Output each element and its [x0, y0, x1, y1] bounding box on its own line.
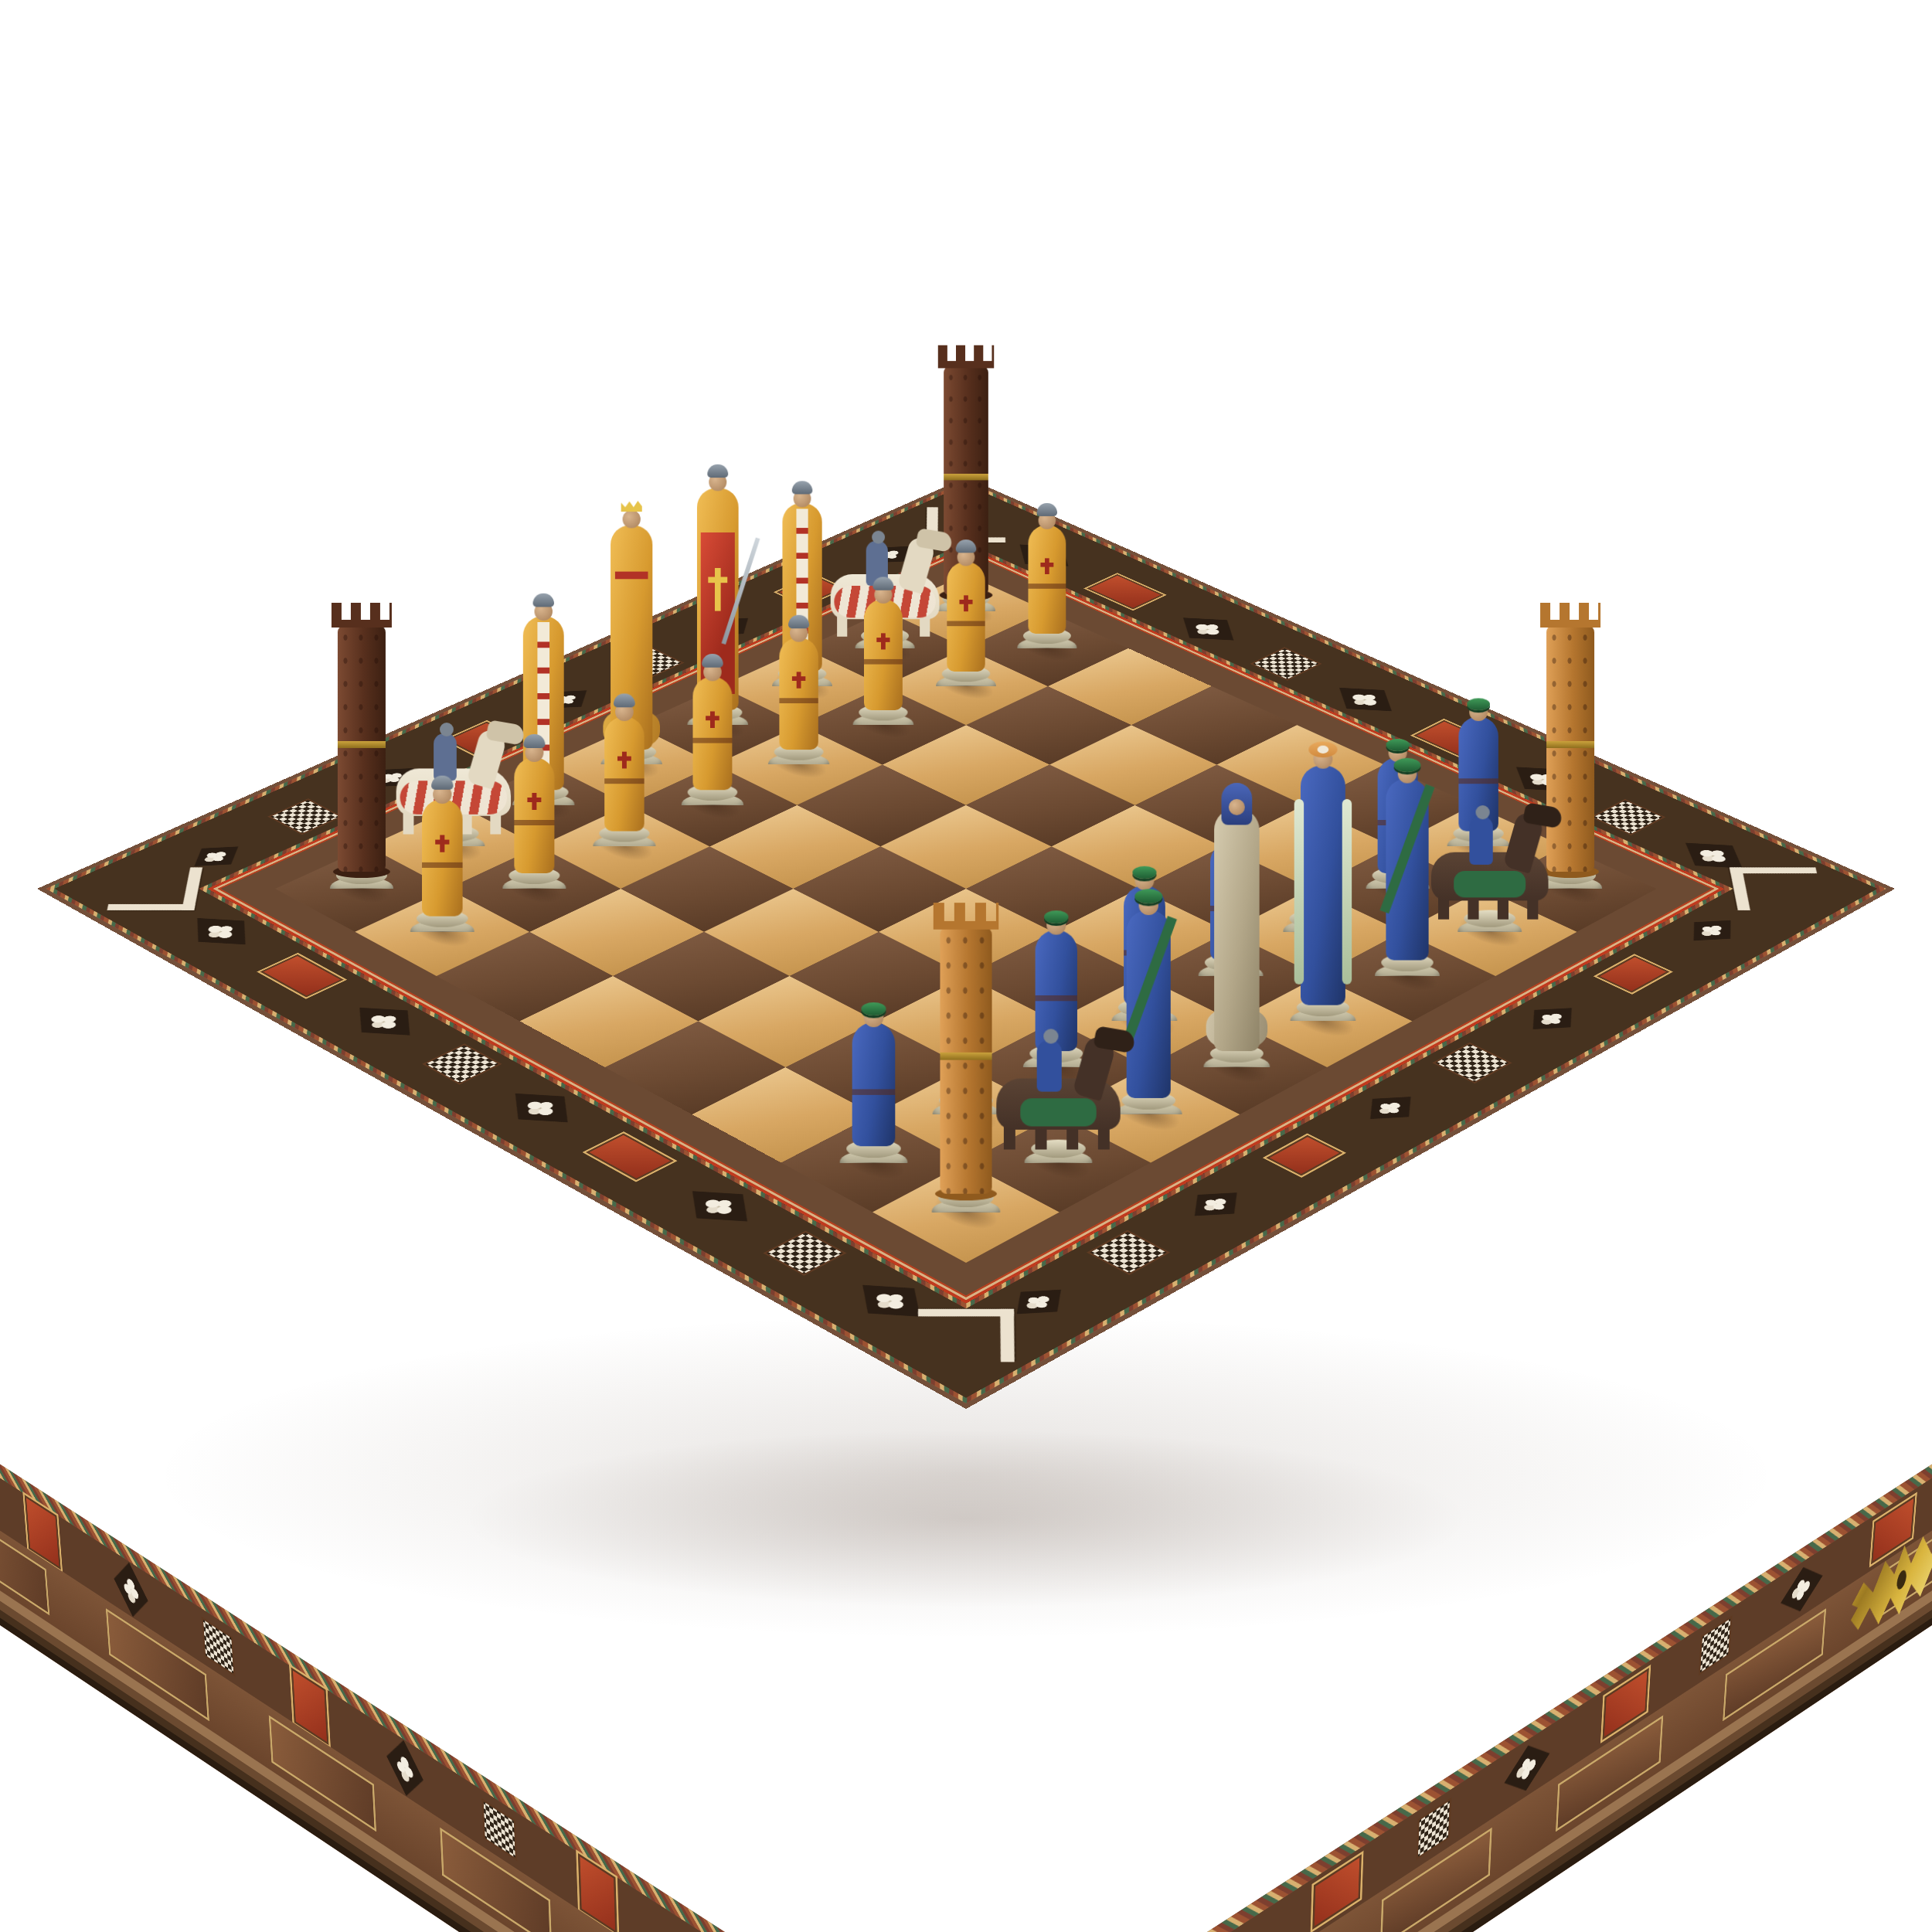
mosaic-motif-diamond — [1675, 912, 1749, 949]
pawn-figure — [492, 695, 577, 900]
mosaic-motif-checker — [763, 1230, 846, 1275]
part-rhelm — [440, 723, 454, 736]
part-crnb — [1540, 620, 1600, 628]
part-robe — [779, 638, 818, 750]
mosaic-motif-diamond — [175, 908, 269, 955]
corner-bracket-icon — [1730, 867, 1825, 910]
box-side-front-right — [966, 1409, 1932, 1932]
part-robe — [1301, 766, 1345, 1005]
corner-bracket-icon — [917, 1309, 1014, 1362]
rook-figure — [916, 864, 1016, 1223]
part-rhelm — [1475, 805, 1489, 819]
part-kcross — [715, 568, 721, 611]
part-cross — [881, 633, 886, 649]
checkerboard — [275, 574, 1657, 1263]
part-kturb — [1308, 742, 1337, 758]
part-belt — [1028, 583, 1066, 589]
part-turbB — [1394, 758, 1421, 772]
part-robe — [1214, 809, 1260, 1052]
part-turbB — [1134, 889, 1162, 903]
rook-figure — [315, 567, 408, 900]
part-cross — [1045, 558, 1049, 574]
board-top — [37, 478, 1895, 1409]
part-tw — [940, 928, 992, 1194]
part-riderB — [1037, 1040, 1062, 1091]
part-turb — [861, 1002, 886, 1015]
part-riderB — [1469, 816, 1492, 865]
part-robe — [864, 599, 903, 710]
part-helm — [1037, 503, 1057, 516]
pawn-figure — [926, 502, 1006, 696]
pawn-figure — [400, 736, 485, 943]
corner-bracket-icon — [107, 867, 202, 910]
mosaic-motif-checker — [1433, 1043, 1512, 1083]
mosaic-motif-red-panel — [257, 953, 347, 999]
part-helm — [702, 654, 723, 668]
mosaic-motif-diamond — [1176, 1183, 1255, 1226]
pawn-figure — [1007, 466, 1087, 658]
part-robe — [1028, 525, 1066, 634]
part-robe — [604, 716, 644, 831]
pawn-figure — [828, 955, 920, 1174]
part-belt — [604, 778, 644, 784]
mosaic-motif-red-panel — [1263, 1134, 1346, 1178]
part-helm — [614, 693, 635, 707]
mosaic-motif-red-panel — [1594, 954, 1673, 995]
part-capeL — [1294, 799, 1304, 985]
part-crnb — [332, 620, 392, 628]
pawn-figure — [842, 539, 923, 736]
part-head — [623, 510, 641, 528]
part-crn — [934, 903, 998, 921]
part-crnb — [934, 921, 998, 930]
scene — [0, 0, 1932, 1932]
part-twband — [338, 741, 386, 748]
part-capeR — [1342, 799, 1352, 985]
part-belt — [864, 659, 903, 665]
part-crn — [332, 603, 392, 620]
mosaic-motif-diamond — [1515, 999, 1590, 1038]
part-helm — [431, 776, 453, 790]
part-crown — [621, 501, 642, 512]
mosaic-motif-red-panel — [582, 1131, 677, 1182]
part-trim — [615, 572, 648, 580]
mosaic-motif-checker — [422, 1043, 502, 1084]
pawn-figure — [582, 655, 666, 857]
mosaic-motif-diamond — [179, 838, 253, 874]
box-side-front-left — [0, 1409, 966, 1932]
part-crn — [938, 345, 994, 361]
part-cross — [532, 793, 536, 810]
mosaic-motif-checker — [1087, 1230, 1170, 1275]
part-cross — [710, 711, 715, 728]
mosaic-motif-diamond — [998, 1280, 1080, 1324]
pawn-figure — [757, 577, 840, 775]
part-tw — [338, 626, 386, 872]
part-crn — [1540, 603, 1600, 620]
part-helm — [707, 464, 728, 478]
part-belt — [514, 820, 554, 825]
part-helm — [788, 615, 809, 628]
part-belt — [422, 862, 463, 868]
part-helm — [873, 577, 894, 590]
part-cross — [797, 672, 801, 688]
queen-figure — [1183, 719, 1290, 1078]
part-belt — [852, 1089, 896, 1094]
board-frame — [208, 546, 1725, 1304]
part-helm — [533, 594, 554, 607]
part-rhelm — [1043, 1029, 1058, 1043]
part-belt — [693, 738, 733, 743]
part-blanket — [1454, 871, 1526, 897]
mosaic-motif-diamond — [1352, 1088, 1429, 1128]
part-robe — [514, 757, 554, 873]
part-turb — [1044, 910, 1068, 923]
part-crnb — [938, 361, 994, 368]
part-helm — [956, 539, 977, 553]
part-robe — [422, 799, 463, 917]
part-twband — [940, 1053, 992, 1060]
part-helm — [523, 734, 545, 748]
part-robe — [947, 562, 985, 672]
part-head — [1229, 799, 1245, 815]
pawn-figure — [671, 615, 754, 815]
part-cross — [440, 835, 444, 852]
part-helm — [792, 481, 813, 494]
part-robe — [852, 1022, 896, 1146]
part-belt — [947, 621, 985, 627]
part-blanket — [1020, 1098, 1096, 1126]
part-robe — [693, 676, 733, 790]
part-cross — [622, 752, 627, 769]
perspective-space — [0, 0, 1932, 1932]
part-cross — [964, 595, 968, 611]
part-belt — [779, 698, 818, 703]
